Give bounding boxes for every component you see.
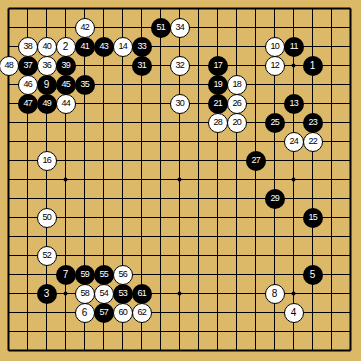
move-number: 14 [118,42,127,51]
stone-white-56-g5: 56 [113,265,133,285]
move-number: 1 [310,61,316,71]
stone-white-30-k14: 30 [170,94,190,114]
stone-black-51-j18: 51 [151,18,171,38]
stone-white-28-m13: 28 [208,113,228,133]
stone-white-42-e18: 42 [75,18,95,38]
stone-black-47-b14: 47 [18,94,38,114]
move-number: 34 [175,23,184,32]
stone-black-1-r16: 1 [303,56,323,76]
stones-layer: 1234567891011121314151617181920212223242… [0,0,361,361]
move-number: 49 [42,99,51,108]
stone-black-39-d16: 39 [56,56,76,76]
stone-black-19-m15: 19 [208,75,228,95]
stone-white-10-p17: 10 [265,37,285,57]
stone-black-27-o11: 27 [246,151,266,171]
stone-black-25-p13: 25 [265,113,285,133]
stone-black-13-q14: 13 [284,94,304,114]
stone-white-46-b15: 46 [18,75,38,95]
stone-black-49-c14: 49 [37,94,57,114]
move-number: 18 [232,80,241,89]
move-number: 28 [213,118,222,127]
stone-white-38-b17: 38 [18,37,38,57]
move-number: 50 [42,213,51,222]
stone-black-3-c4: 3 [37,284,57,304]
stone-white-16-c11: 16 [37,151,57,171]
move-number: 13 [289,99,298,108]
stone-white-2-d17: 2 [56,37,76,57]
stone-white-24-q12: 24 [284,132,304,152]
move-number: 53 [118,289,127,298]
stone-black-43-f17: 43 [94,37,114,57]
stone-white-12-p16: 12 [265,56,285,76]
stone-black-11-q17: 11 [284,37,304,57]
stone-black-31-h16: 31 [132,56,152,76]
move-number: 37 [23,61,32,70]
move-number: 54 [99,289,108,298]
move-number: 22 [308,137,317,146]
stone-white-36-c16: 36 [37,56,57,76]
stone-black-61-h4: 61 [132,284,152,304]
move-number: 61 [137,289,146,298]
stone-black-9-c15: 9 [37,75,57,95]
stone-white-48-a16: 48 [0,56,19,76]
stone-white-22-r12: 22 [303,132,323,152]
move-number: 38 [23,42,32,51]
stone-white-6-e3: 6 [75,303,95,323]
move-number: 44 [61,99,70,108]
move-number: 30 [175,99,184,108]
move-number: 45 [61,80,70,89]
stone-white-8-p4: 8 [265,284,285,304]
move-number: 32 [175,61,184,70]
move-number: 41 [80,42,89,51]
stone-black-17-m16: 17 [208,56,228,76]
stone-black-7-d5: 7 [56,265,76,285]
move-number: 26 [232,99,241,108]
move-number: 4 [291,308,297,318]
stone-white-4-q3: 4 [284,303,304,323]
move-number: 11 [290,42,298,51]
stone-white-40-c17: 40 [37,37,57,57]
move-number: 2 [63,42,69,52]
move-number: 56 [118,270,127,279]
move-number: 46 [23,80,32,89]
move-number: 52 [42,251,51,260]
stone-black-15-r8: 15 [303,208,323,228]
move-number: 39 [61,61,70,70]
move-number: 10 [270,42,279,51]
stone-white-34-k18: 34 [170,18,190,38]
move-number: 59 [80,270,89,279]
move-number: 33 [137,42,146,51]
move-number: 15 [308,213,317,222]
move-number: 51 [156,23,165,32]
move-number: 24 [289,137,298,146]
move-number: 12 [270,61,279,70]
stone-white-44-d14: 44 [56,94,76,114]
stone-white-14-g17: 14 [113,37,133,57]
move-number: 7 [63,270,69,280]
stone-white-20-n13: 20 [227,113,247,133]
move-number: 25 [270,118,279,127]
stone-black-21-m14: 21 [208,94,228,114]
move-number: 43 [99,42,108,51]
stone-black-53-g4: 53 [113,284,133,304]
move-number: 57 [99,308,108,317]
move-number: 40 [42,42,51,51]
go-board: 1234567891011121314151617181920212223242… [0,0,361,361]
stone-white-54-f4: 54 [94,284,114,304]
move-number: 23 [308,118,317,127]
stone-black-55-f5: 55 [94,265,114,285]
stone-black-35-e15: 35 [75,75,95,95]
stone-white-52-c6: 52 [37,246,57,266]
move-number: 3 [44,289,50,299]
move-number: 55 [99,270,108,279]
move-number: 36 [42,61,51,70]
stone-white-32-k16: 32 [170,56,190,76]
move-number: 9 [44,80,50,90]
stone-black-37-b16: 37 [18,56,38,76]
stone-white-58-e4: 58 [75,284,95,304]
stone-white-60-g3: 60 [113,303,133,323]
move-number: 5 [310,270,316,280]
move-number: 17 [213,61,222,70]
move-number: 8 [272,289,278,299]
stone-black-23-r13: 23 [303,113,323,133]
stone-black-57-f3: 57 [94,303,114,323]
move-number: 31 [137,61,146,70]
stone-white-26-n14: 26 [227,94,247,114]
move-number: 60 [118,308,127,317]
stone-white-18-n15: 18 [227,75,247,95]
stone-black-59-e5: 59 [75,265,95,285]
move-number: 27 [251,156,260,165]
move-number: 19 [213,80,222,89]
stone-black-5-r5: 5 [303,265,323,285]
move-number: 58 [80,289,89,298]
stone-black-45-d15: 45 [56,75,76,95]
move-number: 62 [137,308,146,317]
stone-white-62-h3: 62 [132,303,152,323]
move-number: 47 [23,99,32,108]
move-number: 48 [4,61,13,70]
stone-black-41-e17: 41 [75,37,95,57]
stone-white-50-c8: 50 [37,208,57,228]
move-number: 16 [42,156,51,165]
move-number: 42 [80,23,89,32]
move-number: 35 [80,80,89,89]
move-number: 29 [270,194,279,203]
move-number: 20 [232,118,241,127]
move-number: 21 [213,99,222,108]
stone-black-33-h17: 33 [132,37,152,57]
stone-black-29-p9: 29 [265,189,285,209]
move-number: 6 [82,308,88,318]
